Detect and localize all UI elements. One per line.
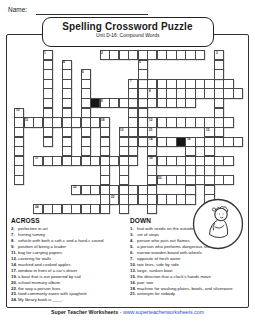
clue-number: 5.: [130, 244, 137, 249]
clue-number: 19.: [11, 273, 18, 278]
across-clue: 12.covering for walls: [11, 256, 128, 261]
crossword-cell[interactable]: [214, 127, 224, 137]
crossword-cell[interactable]: [128, 156, 138, 166]
crossword-cell[interactable]: [214, 69, 224, 79]
clue-text: window in front of a car's driver: [18, 268, 128, 273]
down-clue: 16.pair; two: [130, 279, 247, 284]
clue-text: vehicle with both a soft-c and a hard-c …: [18, 238, 128, 243]
clue-number: 24: [35, 205, 38, 208]
clue-number: 7.: [130, 256, 137, 261]
crossword-cell[interactable]: [214, 108, 224, 118]
clue-number: 11.: [11, 250, 18, 255]
clue-number: 3.: [130, 232, 137, 237]
clue-text: pair; two: [137, 279, 247, 284]
across-clue: 11.bag for carrying papers: [11, 250, 128, 255]
clue-number: 15.: [130, 273, 137, 278]
down-clue: 18.machine for washing plates, bowls, an…: [130, 285, 247, 290]
clue-text: food commonly eaten with spaghetti: [18, 291, 128, 296]
crossword-cell[interactable]: [233, 137, 243, 147]
crossword-black-cell: [90, 98, 100, 108]
clue-text: machine for washing plates, bowls, and s…: [137, 285, 247, 290]
clue-number: 6.: [130, 250, 137, 255]
clue-text: antonym for nobody: [137, 291, 247, 296]
crossword-cell[interactable]: [43, 137, 53, 147]
clue-text: the way a person lives: [18, 285, 128, 290]
crossword-cell[interactable]: 21: [147, 127, 157, 137]
clue-number: 4: [63, 60, 65, 63]
footer: Super Teacher Worksheets - www.superteac…: [0, 309, 255, 315]
crossword-cell[interactable]: [100, 204, 110, 214]
crossword-cell[interactable]: [223, 117, 233, 127]
crossword-cell[interactable]: [185, 165, 195, 175]
clue-number: 13: [120, 128, 123, 131]
crossword-cell[interactable]: [14, 175, 24, 185]
clue-text: opposite of fresh water: [137, 256, 247, 261]
clue-text: mashed and cooked apples: [18, 262, 128, 267]
clue-number: 19: [149, 156, 152, 159]
across-clue: 17.window in front of a car's driver: [11, 268, 128, 273]
clue-text: bag for carrying papers: [18, 250, 128, 255]
crossword-cell[interactable]: [81, 108, 91, 118]
clue-number: 20.: [11, 279, 18, 284]
clue-text: covering for walls: [18, 256, 128, 261]
clue-number: 5: [139, 60, 141, 63]
clue-number: 17: [35, 156, 38, 159]
clue-text: large, sunken boat: [137, 268, 247, 273]
clue-number: 24.: [11, 297, 18, 302]
clue-number: 22: [73, 185, 76, 188]
across-clue: 23.food commonly eaten with spaghetti: [11, 291, 128, 296]
clue-text: the direction that a clock's hands move: [137, 273, 247, 278]
down-clue: 15.the direction that a clock's hands mo…: [130, 273, 247, 278]
crossword-cell[interactable]: [147, 146, 157, 156]
crossword-cell[interactable]: [62, 146, 72, 156]
clue-number: 15: [206, 128, 209, 131]
worksheet-page: Name: Spelling Crossword Puzzle Unit D-1…: [0, 0, 255, 330]
clue-number: 20: [158, 176, 161, 179]
title-box: Spelling Crossword Puzzle Unit D-16: Com…: [42, 17, 214, 47]
clue-number: 23: [111, 195, 114, 198]
clue-number: 14: [149, 137, 152, 140]
clue-number: 21.: [130, 291, 137, 296]
clue-number: 11: [25, 118, 28, 121]
crossword-cell[interactable]: [138, 88, 148, 98]
crossword-cell[interactable]: [185, 185, 195, 195]
page-title: Spelling Crossword Puzzle: [62, 21, 192, 32]
clue-number: 12: [149, 118, 152, 121]
footer-url[interactable]: www.superteacherworksheets.com: [123, 309, 204, 315]
clue-number: 22.: [11, 285, 18, 290]
across-clue: 14.mashed and cooked apples: [11, 262, 128, 267]
crossword-cell[interactable]: [233, 88, 243, 98]
crossword-cell[interactable]: [195, 50, 205, 60]
clue-number: 8: [149, 89, 151, 92]
footer-separator: -: [120, 309, 122, 315]
crossword-cell[interactable]: [100, 146, 110, 156]
crossword-cell[interactable]: [185, 146, 195, 156]
crossword-cell[interactable]: [185, 98, 195, 108]
clue-number: 18: [101, 118, 104, 121]
crossword-cell[interactable]: [147, 175, 157, 185]
crossword-cell[interactable]: [223, 175, 233, 185]
crossword-cell[interactable]: [204, 146, 214, 156]
down-clue: 7.opposite of fresh water: [130, 256, 247, 261]
clue-number: 17.: [11, 268, 18, 273]
crossword-cell[interactable]: [147, 204, 157, 214]
across-clue: 20.school memory album: [11, 279, 128, 284]
clue-number: 2.: [11, 226, 18, 231]
across-clue: 2.perfection in art: [11, 226, 128, 231]
crossword-cell[interactable]: [81, 146, 91, 156]
across-heading: ACROSS: [11, 217, 128, 225]
clue-number: 21: [149, 128, 152, 131]
crossword-cell[interactable]: [138, 69, 148, 79]
across-clues-section: ACROSS 2.perfection in art7.hurting tumm…: [11, 217, 128, 303]
clue-number: 16.: [130, 279, 137, 284]
clue-text: perfection in art: [18, 226, 128, 231]
name-label: Name:: [8, 6, 27, 13]
clue-text: school memory album: [18, 279, 128, 284]
clue-number: 6: [82, 70, 84, 73]
clue-number: 2: [101, 51, 103, 54]
crossword-cell[interactable]: [62, 108, 72, 118]
clue-number: 14.: [11, 262, 18, 267]
crossword-cell[interactable]: [119, 175, 129, 185]
clue-number: 3: [216, 51, 218, 54]
mascot-puzzled-character-icon: [191, 197, 245, 251]
name-blank-line[interactable]: [36, 14, 148, 15]
across-clue-list: 2.perfection in art7.hurting tummy8.vehi…: [11, 226, 128, 302]
clue-number: 9: [101, 99, 103, 102]
crossword-cell[interactable]: [100, 175, 110, 185]
crossword-cell[interactable]: 15: [204, 127, 214, 137]
clue-number: 8.: [11, 238, 18, 243]
across-clue: 9.position of being a leader: [11, 244, 128, 249]
clue-number: 1.: [130, 226, 137, 231]
clue-number: 4.: [130, 238, 137, 243]
across-clue: 24.My library book is ____.: [11, 297, 128, 302]
clue-text: a boat that is not powered by sail: [18, 273, 128, 278]
clue-number: 23.: [11, 291, 18, 296]
across-clue: 22.the way a person lives: [11, 285, 128, 290]
clue-number: 10: [16, 108, 19, 111]
clue-number: 9.: [11, 244, 18, 249]
crossword-cell[interactable]: [223, 156, 233, 166]
footer-brand: Super Teacher Worksheets: [51, 309, 118, 315]
across-clue: 8.vehicle with both a soft-c and a hard-…: [11, 238, 128, 243]
clue-number: 16: [187, 137, 190, 140]
down-clue: 13.large, sunken boat: [130, 268, 247, 273]
clue-number: 12.: [11, 256, 18, 261]
crossword-cell[interactable]: [128, 88, 138, 98]
clue-number: 18.: [130, 285, 137, 290]
clue-number: 1: [44, 51, 46, 54]
crossword-cell[interactable]: [43, 108, 53, 118]
clue-text: two lines, side by side: [137, 262, 247, 267]
crossword-grid[interactable]: 278911181214161719202223241345610131521: [14, 50, 243, 214]
clue-text: My library book is ____.: [18, 297, 128, 302]
crossword-cell[interactable]: [204, 165, 214, 175]
clue-number: 7.: [11, 232, 18, 237]
across-clue: 19.a boat that is not powered by sail: [11, 273, 128, 278]
across-clue: 7.hurting tummy: [11, 232, 128, 237]
clue-number: 13.: [130, 268, 137, 273]
clue-text: hurting tummy: [18, 232, 128, 237]
crossword-cell[interactable]: [119, 204, 129, 214]
crossword-cell[interactable]: [119, 146, 129, 156]
clue-number: 7: [130, 79, 132, 82]
down-clue: 21.antonym for nobody: [130, 291, 247, 296]
clue-number: 10.: [130, 262, 137, 267]
down-clue: 10.two lines, side by side: [130, 262, 247, 267]
clue-text: position of being a leader: [18, 244, 128, 249]
page-subtitle: Unit D-16: Compound Words: [96, 33, 159, 39]
